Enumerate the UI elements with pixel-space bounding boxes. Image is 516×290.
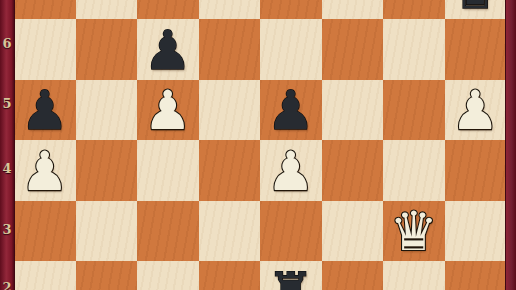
square-b5[interactable]: [76, 80, 138, 141]
square-c3[interactable]: [137, 201, 199, 262]
square-d5[interactable]: [199, 80, 261, 141]
square-d6[interactable]: [199, 19, 261, 80]
rank-label-2: 2: [0, 281, 14, 290]
square-a2[interactable]: [14, 261, 76, 290]
square-c7[interactable]: [137, 0, 199, 19]
square-c2[interactable]: [137, 261, 199, 290]
square-f3[interactable]: [322, 201, 384, 262]
left-frame: 65432: [0, 0, 15, 290]
square-a7[interactable]: [14, 0, 76, 19]
square-g5[interactable]: [383, 80, 445, 141]
square-d7[interactable]: [199, 0, 261, 19]
square-f4[interactable]: [322, 140, 384, 201]
square-f7[interactable]: [322, 0, 384, 19]
rank-label-3: 3: [0, 223, 14, 237]
square-c5[interactable]: ♟: [137, 80, 199, 141]
square-g2[interactable]: [383, 261, 445, 290]
rank-label-6: 6: [0, 37, 14, 51]
square-h7[interactable]: ♚: [445, 0, 507, 19]
square-d2[interactable]: [199, 261, 261, 290]
square-e3[interactable]: [260, 201, 322, 262]
square-e6[interactable]: [260, 19, 322, 80]
black-pawn-piece: ♟: [21, 81, 69, 138]
square-e2[interactable]: ♜: [260, 261, 322, 290]
square-h5[interactable]: ♟: [445, 80, 507, 141]
white-pawn-piece: ♟: [267, 142, 315, 199]
square-g7[interactable]: [383, 0, 445, 19]
white-pawn-piece: ♟: [21, 142, 69, 199]
square-a4[interactable]: ♟: [14, 140, 76, 201]
square-a6[interactable]: [14, 19, 76, 80]
square-f6[interactable]: [322, 19, 384, 80]
square-d3[interactable]: [199, 201, 261, 262]
square-b6[interactable]: [76, 19, 138, 80]
board: ♚♟♟♟♟♟♟♟♛♜: [14, 0, 506, 290]
square-a3[interactable]: [14, 201, 76, 262]
black-rook-piece: ♜: [267, 263, 315, 290]
square-g3[interactable]: ♛: [383, 201, 445, 262]
square-e7[interactable]: [260, 0, 322, 19]
square-b3[interactable]: [76, 201, 138, 262]
rank-label-4: 4: [0, 162, 14, 176]
square-c6[interactable]: ♟: [137, 19, 199, 80]
square-h3[interactable]: [445, 201, 507, 262]
black-pawn-piece: ♟: [144, 21, 192, 78]
square-h4[interactable]: [445, 140, 507, 201]
white-pawn-piece: ♟: [451, 81, 499, 138]
square-h2[interactable]: [445, 261, 507, 290]
rank-label-5: 5: [0, 97, 14, 111]
square-e5[interactable]: ♟: [260, 80, 322, 141]
square-e4[interactable]: ♟: [260, 140, 322, 201]
square-b4[interactable]: [76, 140, 138, 201]
square-b2[interactable]: [76, 261, 138, 290]
square-b7[interactable]: [76, 0, 138, 19]
chess-board-screenshot: ♚♟♟♟♟♟♟♟♛♜ 65432: [0, 0, 516, 290]
white-pawn-piece: ♟: [144, 81, 192, 138]
square-g4[interactable]: [383, 140, 445, 201]
square-a5[interactable]: ♟: [14, 80, 76, 141]
square-d4[interactable]: [199, 140, 261, 201]
square-c4[interactable]: [137, 140, 199, 201]
right-frame: [505, 0, 516, 290]
square-g6[interactable]: [383, 19, 445, 80]
square-f5[interactable]: [322, 80, 384, 141]
square-h6[interactable]: [445, 19, 507, 80]
black-king-piece: ♚: [451, 0, 499, 17]
white-queen-piece: ♛: [390, 202, 438, 259]
black-pawn-piece: ♟: [267, 81, 315, 138]
square-f2[interactable]: [322, 261, 384, 290]
